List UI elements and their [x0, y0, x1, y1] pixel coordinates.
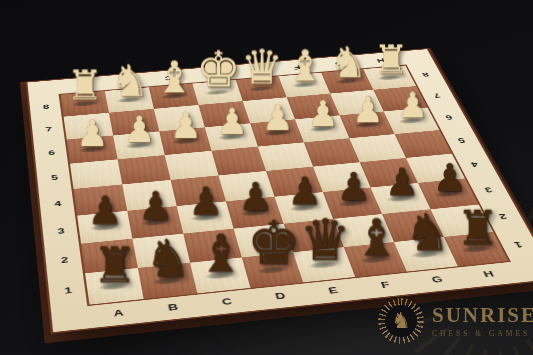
- rank-label-right-8: 8: [414, 70, 437, 78]
- white-king-glyph: ♚: [196, 45, 240, 95]
- white-pawn-glyph: ♟: [255, 100, 301, 136]
- white-pawn-glyph: ♟: [345, 92, 391, 127]
- file-label-near-g: G: [423, 273, 451, 286]
- rank-label-left-2: 2: [52, 254, 77, 266]
- white-pawn-glyph: ♟: [69, 116, 116, 152]
- white-pawn-glyph: ♟: [116, 112, 163, 148]
- black-pawn-glyph: ♟: [80, 191, 131, 230]
- piece-white-pawn-d6: ♟: [205, 123, 258, 150]
- rank-label-left-3: 3: [49, 225, 74, 237]
- brand-tagline: CHESS & GAMES: [432, 329, 533, 338]
- black-bishop-glyph: ♝: [350, 212, 402, 263]
- rank-label-left-7: 7: [38, 125, 60, 135]
- white-pawn-glyph: ♟: [390, 88, 436, 123]
- black-pawn-glyph: ♟: [329, 168, 379, 206]
- board-tilt-wrapper: AABBCCDDEEFFGGHH1122334455667788♜♞♝♚♛♝♞♜…: [27, 49, 533, 332]
- file-label-near-f: F: [371, 279, 399, 292]
- sunrise-logo: ♞ SUNRISE CHESS & GAMES: [378, 298, 533, 344]
- rank-label-right-1: 1: [504, 239, 532, 251]
- piece-white-pawn-c6: ♟: [159, 127, 211, 155]
- file-label-near-b: B: [159, 301, 186, 314]
- black-rook-glyph: ♜: [88, 241, 142, 290]
- white-pawn-glyph: ♟: [163, 108, 210, 144]
- piece-white-pawn-h6: ♟: [384, 108, 440, 135]
- white-bishop-glyph: ♝: [152, 55, 197, 99]
- piece-black-queen-e1: ♛: [293, 247, 355, 282]
- black-bishop-glyph: ♝: [194, 227, 247, 279]
- logo-text: SUNRISE CHESS & GAMES: [432, 305, 533, 338]
- file-label-near-d: D: [266, 290, 294, 303]
- rank-label-right-3: 3: [475, 184, 501, 195]
- product-photo: AABBCCDDEEFFGGHH1122334455667788♜♞♝♚♛♝♞♜…: [0, 0, 533, 355]
- rank-label-left-5: 5: [43, 173, 66, 184]
- white-knight-glyph: ♞: [326, 41, 370, 84]
- rank-label-left-1: 1: [55, 284, 81, 297]
- file-label-near-c: C: [213, 295, 240, 308]
- white-queen-glyph: ♛: [240, 43, 284, 91]
- brand-name: SUNRISE: [432, 305, 533, 326]
- rank-label-right-5: 5: [449, 135, 474, 145]
- piece-black-bishop-c1: ♝: [190, 257, 250, 293]
- white-rook-glyph: ♜: [62, 65, 107, 106]
- black-pawn-glyph: ♟: [130, 187, 181, 226]
- rank-label-left-6: 6: [40, 148, 63, 158]
- file-label-near-e: E: [319, 284, 347, 297]
- file-label-near-h: H: [474, 268, 503, 281]
- white-bishop-glyph: ♝: [283, 44, 327, 87]
- file-label-near-a: A: [105, 307, 132, 321]
- black-knight-glyph: ♞: [401, 207, 453, 258]
- rank-label-right-6: 6: [437, 113, 461, 122]
- sun-rays-icon: ♞: [378, 298, 424, 344]
- rank-label-left-8: 8: [35, 102, 57, 111]
- black-queen-glyph: ♛: [299, 211, 352, 268]
- black-pawn-glyph: ♟: [280, 173, 330, 211]
- white-knight-glyph: ♞: [107, 59, 152, 103]
- black-rook-glyph: ♜: [452, 205, 504, 253]
- black-pawn-glyph: ♟: [425, 159, 474, 197]
- black-king-glyph: ♚: [247, 214, 300, 274]
- white-rook-glyph: ♜: [369, 40, 413, 80]
- white-pawn-glyph: ♟: [300, 96, 346, 132]
- black-pawn-glyph: ♟: [377, 163, 426, 201]
- black-knight-glyph: ♞: [141, 232, 194, 284]
- white-pawn-glyph: ♟: [209, 104, 256, 140]
- black-pawn-glyph: ♟: [181, 182, 231, 221]
- rank-label-left-4: 4: [46, 198, 70, 209]
- horse-head-icon: ♞: [385, 305, 417, 337]
- piece-black-knight-g1: ♞: [394, 237, 458, 272]
- piece-white-pawn-b6: ♟: [113, 131, 165, 159]
